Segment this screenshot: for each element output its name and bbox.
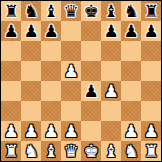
square-f8[interactable]: ♝ [101,1,121,21]
square-g4[interactable] [121,81,141,101]
square-h3[interactable] [141,101,161,121]
white-bishop-piece[interactable]: ♝ [103,141,118,161]
square-a5[interactable] [1,61,21,81]
square-a3[interactable] [1,101,21,121]
white-bishop-piece[interactable]: ♝ [43,141,58,161]
white-pawn-piece[interactable]: ♟ [143,121,158,141]
black-pawn-piece[interactable]: ♟ [43,21,58,41]
square-c7[interactable]: ♟ [41,21,61,41]
black-pawn-piece[interactable]: ♟ [3,21,18,41]
chess-board: ♜♞♝♛♚♝♞♜♟♟♟♟♟♟♟♟♟♟♟♟♟♟♟♜♞♝♛♚♝♞♜ [0,0,162,162]
white-pawn-piece[interactable]: ♟ [63,61,78,81]
square-c6[interactable] [41,41,61,61]
square-h8[interactable]: ♜ [141,1,161,21]
square-f5[interactable] [101,61,121,81]
square-c8[interactable]: ♝ [41,1,61,21]
white-rook-piece[interactable]: ♜ [143,141,158,161]
square-d2[interactable]: ♟ [61,121,81,141]
black-knight-piece[interactable]: ♞ [23,1,38,21]
square-a8[interactable]: ♜ [1,1,21,21]
square-b3[interactable] [21,101,41,121]
square-e8[interactable]: ♚ [81,1,101,21]
square-b8[interactable]: ♞ [21,1,41,21]
white-pawn-piece[interactable]: ♟ [103,81,118,101]
square-d8[interactable]: ♛ [61,1,81,21]
square-a7[interactable]: ♟ [1,21,21,41]
black-bishop-piece[interactable]: ♝ [43,1,58,21]
square-b4[interactable] [21,81,41,101]
white-knight-piece[interactable]: ♞ [123,141,138,161]
square-e2[interactable] [81,121,101,141]
black-pawn-piece[interactable]: ♟ [83,81,98,101]
square-d4[interactable] [61,81,81,101]
square-h5[interactable] [141,61,161,81]
white-pawn-piece[interactable]: ♟ [43,121,58,141]
black-bishop-piece[interactable]: ♝ [103,1,118,21]
white-pawn-piece[interactable]: ♟ [23,121,38,141]
square-e6[interactable] [81,41,101,61]
square-e4[interactable]: ♟ [81,81,101,101]
square-f2[interactable] [101,121,121,141]
square-d1[interactable]: ♛ [61,141,81,161]
black-knight-piece[interactable]: ♞ [123,1,138,21]
square-b5[interactable] [21,61,41,81]
white-knight-piece[interactable]: ♞ [23,141,38,161]
square-d7[interactable] [61,21,81,41]
square-b7[interactable]: ♟ [21,21,41,41]
square-f4[interactable]: ♟ [101,81,121,101]
square-h1[interactable]: ♜ [141,141,161,161]
white-pawn-piece[interactable]: ♟ [63,121,78,141]
black-pawn-piece[interactable]: ♟ [143,21,158,41]
square-e3[interactable] [81,101,101,121]
square-a2[interactable]: ♟ [1,121,21,141]
square-g1[interactable]: ♞ [121,141,141,161]
white-king-piece[interactable]: ♚ [83,141,98,161]
square-c1[interactable]: ♝ [41,141,61,161]
square-h4[interactable] [141,81,161,101]
square-b1[interactable]: ♞ [21,141,41,161]
black-rook-piece[interactable]: ♜ [3,1,18,21]
square-c2[interactable]: ♟ [41,121,61,141]
black-pawn-piece[interactable]: ♟ [23,21,38,41]
square-f1[interactable]: ♝ [101,141,121,161]
black-pawn-piece[interactable]: ♟ [123,21,138,41]
square-g7[interactable]: ♟ [121,21,141,41]
square-g3[interactable] [121,101,141,121]
square-c3[interactable] [41,101,61,121]
square-f6[interactable] [101,41,121,61]
square-g2[interactable]: ♟ [121,121,141,141]
square-c5[interactable] [41,61,61,81]
square-e1[interactable]: ♚ [81,141,101,161]
black-king-piece[interactable]: ♚ [83,1,98,21]
black-rook-piece[interactable]: ♜ [143,1,158,21]
square-b6[interactable] [21,41,41,61]
black-pawn-piece[interactable]: ♟ [103,21,118,41]
black-queen-piece[interactable]: ♛ [63,1,78,21]
white-pawn-piece[interactable]: ♟ [123,121,138,141]
square-h2[interactable]: ♟ [141,121,161,141]
square-b2[interactable]: ♟ [21,121,41,141]
square-h6[interactable] [141,41,161,61]
square-a4[interactable] [1,81,21,101]
square-e5[interactable] [81,61,101,81]
square-d5[interactable]: ♟ [61,61,81,81]
square-c4[interactable] [41,81,61,101]
white-queen-piece[interactable]: ♛ [63,141,78,161]
square-a1[interactable]: ♜ [1,141,21,161]
square-h7[interactable]: ♟ [141,21,161,41]
square-f3[interactable] [101,101,121,121]
square-e7[interactable] [81,21,101,41]
square-a6[interactable] [1,41,21,61]
square-g8[interactable]: ♞ [121,1,141,21]
square-f7[interactable]: ♟ [101,21,121,41]
square-g5[interactable] [121,61,141,81]
square-g6[interactable] [121,41,141,61]
white-pawn-piece[interactable]: ♟ [3,121,18,141]
square-d6[interactable] [61,41,81,61]
square-d3[interactable] [61,101,81,121]
white-rook-piece[interactable]: ♜ [3,141,18,161]
